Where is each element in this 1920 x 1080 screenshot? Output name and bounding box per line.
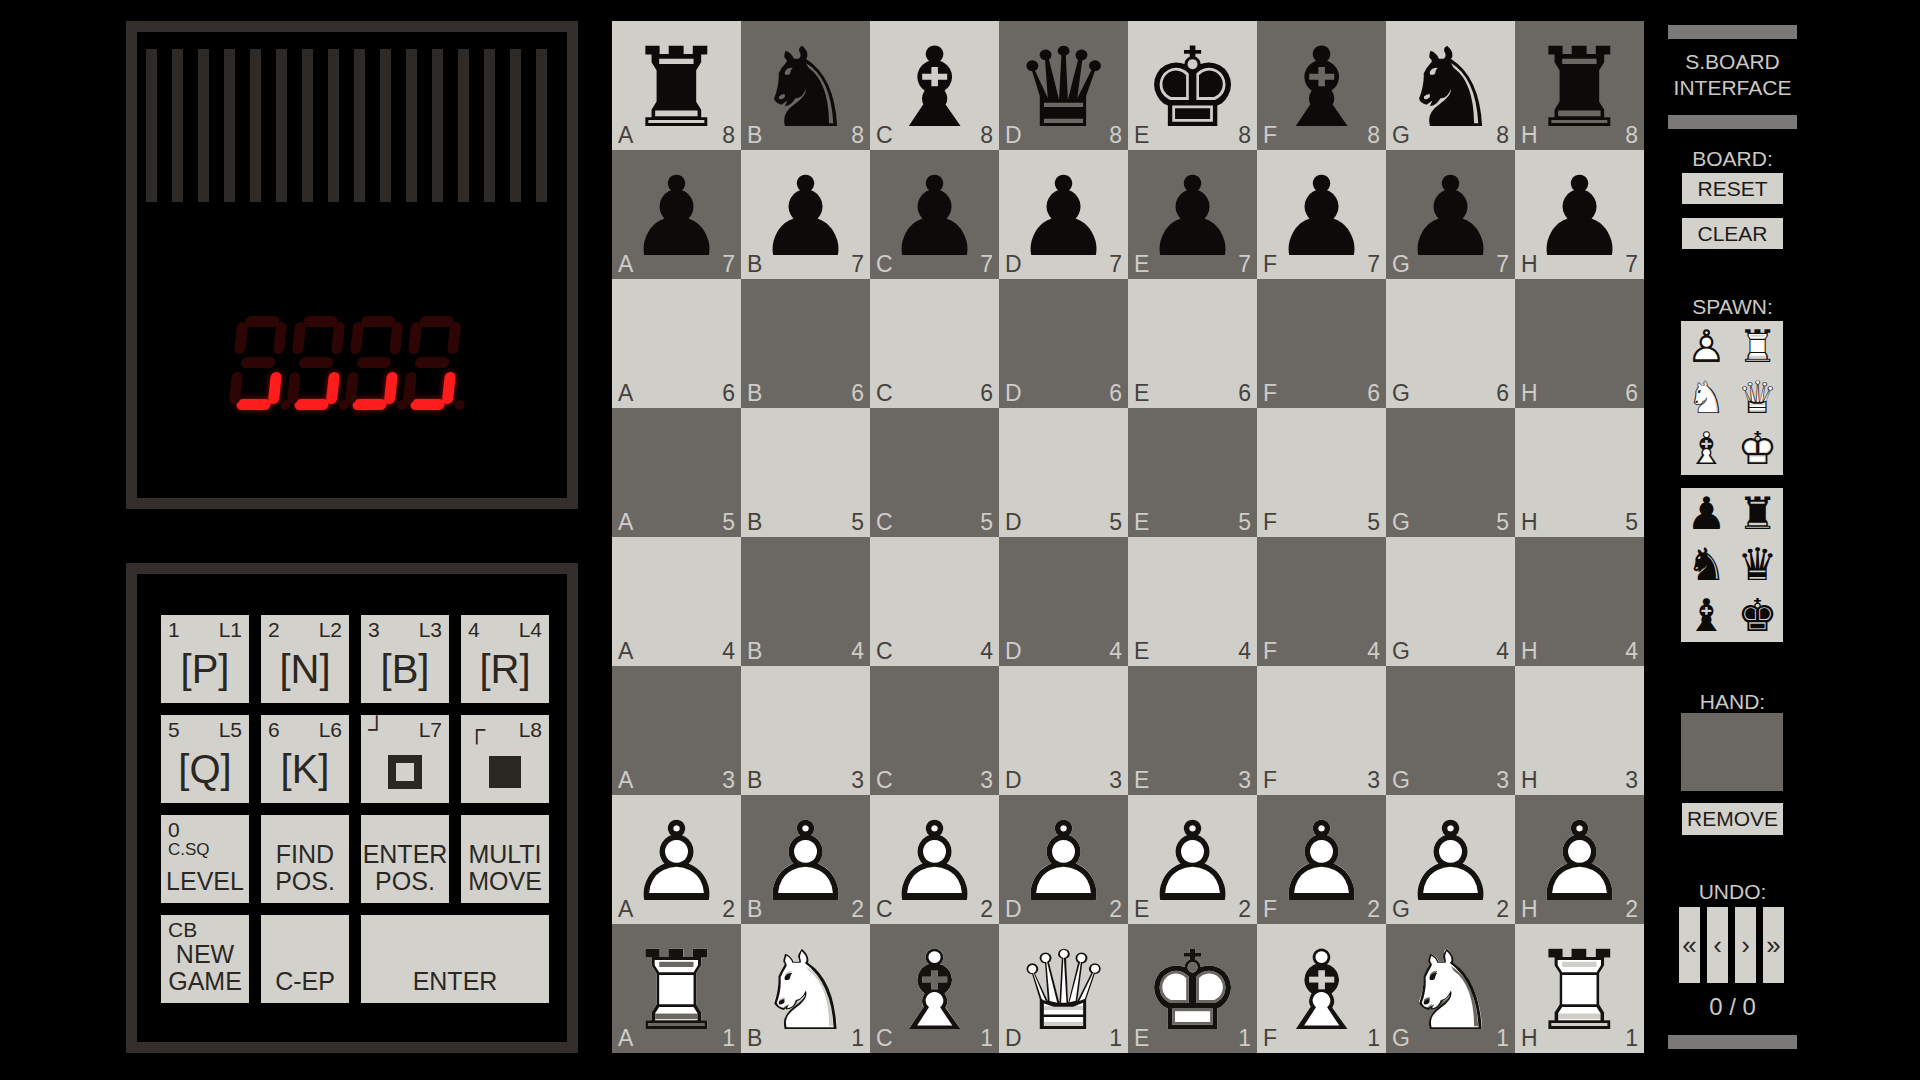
divider-bar — [1668, 25, 1797, 39]
spawn-white-queen-button[interactable]: ♛♕ — [1732, 372, 1783, 423]
piece-white-bishop: ♝♗ — [1272, 936, 1371, 1046]
key-label: [N] — [279, 649, 330, 703]
undo-status: 0 / 0 — [1665, 993, 1800, 1021]
square-b6[interactable]: B6 — [741, 279, 870, 408]
rank-label: 7 — [980, 251, 993, 278]
spawn-black-rook-button[interactable]: ♜ — [1732, 488, 1783, 539]
key-label: LEVEL — [166, 868, 244, 903]
square-d8[interactable]: ♛D8 — [999, 21, 1128, 150]
file-label: F — [1263, 251, 1277, 278]
key-sublabel: C.SQ — [168, 841, 210, 858]
rank-label: 3 — [851, 767, 864, 794]
piece-black-bishop: ♝ — [1686, 593, 1726, 638]
rank-label: 3 — [1496, 767, 1509, 794]
square-f2[interactable]: ♟♙F2 — [1257, 795, 1386, 924]
file-label: A — [618, 1025, 633, 1052]
piece-black-rook: ♜ — [1530, 33, 1629, 143]
key-enter-pos[interactable]: ENTER POS. — [361, 815, 449, 903]
piece-black-king: ♚ — [1143, 33, 1242, 143]
rank-label: 7 — [851, 251, 864, 278]
segment-f — [292, 322, 306, 354]
segment-g — [240, 357, 275, 368]
file-label: E — [1134, 1025, 1149, 1052]
rank-label: 3 — [1238, 767, 1251, 794]
segment-b — [273, 322, 287, 354]
file-label: A — [618, 509, 633, 536]
piece-black-pawn: ♟ — [627, 162, 726, 272]
rank-label: 5 — [722, 509, 735, 536]
rank-label: 5 — [1238, 509, 1251, 536]
file-label: E — [1134, 896, 1149, 923]
key-sublabel: L1 — [219, 619, 242, 640]
rank-label: 2 — [1625, 896, 1638, 923]
key-sublabel: L3 — [419, 619, 442, 640]
rank-label: 1 — [1238, 1025, 1251, 1052]
piece-white-pawn: ♟♙ — [1014, 807, 1113, 917]
piece-white-knight: ♞♘ — [1401, 936, 1500, 1046]
file-label: B — [747, 1025, 762, 1052]
segment-f — [408, 322, 422, 354]
file-label: A — [618, 767, 633, 794]
key-black-square[interactable]: ┌L8 — [461, 715, 549, 803]
square-e3[interactable]: E3 — [1128, 666, 1257, 795]
undo-back-button[interactable]: ‹ — [1707, 907, 1728, 983]
key-label: [K] — [281, 749, 330, 803]
piece-black-pawn: ♟ — [1530, 162, 1629, 272]
square-a6[interactable]: A6 — [612, 279, 741, 408]
piece-black-pawn: ♟ — [1401, 162, 1500, 272]
file-label: F — [1263, 1025, 1277, 1052]
rank-label: 3 — [1625, 767, 1638, 794]
key-label: [B] — [381, 649, 430, 703]
key-sublabel: 5 — [168, 719, 180, 740]
rank-label: 6 — [1238, 380, 1251, 407]
rank-label: 7 — [1109, 251, 1122, 278]
led-digit — [286, 316, 346, 410]
file-label: C — [876, 896, 893, 923]
square-e7[interactable]: ♟E7 — [1128, 150, 1257, 279]
file-label: F — [1263, 380, 1277, 407]
rank-label: 4 — [722, 638, 735, 665]
piece-black-rook: ♜ — [627, 33, 726, 143]
file-label: A — [618, 896, 633, 923]
segment-d — [236, 399, 271, 410]
key-level[interactable]: 0C.SQLEVEL — [161, 815, 249, 903]
piece-black-pawn: ♟ — [756, 162, 855, 272]
file-label: H — [1521, 896, 1538, 923]
segment-f — [234, 322, 248, 354]
segment-g — [414, 357, 449, 368]
square-c3[interactable]: C3 — [870, 666, 999, 795]
file-label: D — [1005, 896, 1022, 923]
square-hollow-icon — [388, 755, 422, 789]
spawn-black-knight-button[interactable]: ♞ — [1681, 539, 1732, 590]
segment-c — [268, 372, 282, 404]
file-label: D — [1005, 767, 1022, 794]
piece-white-king: ♚♔ — [1143, 936, 1242, 1046]
square-b4[interactable]: B4 — [741, 537, 870, 666]
key-label: ENTER POS. — [363, 841, 448, 903]
vent-bar — [458, 49, 469, 202]
square-a7[interactable]: ♟A7 — [612, 150, 741, 279]
file-label: F — [1263, 509, 1277, 536]
vent-bar — [224, 49, 235, 202]
spawn-black-queen-button[interactable]: ♛ — [1732, 539, 1783, 590]
undo-controls: «‹›» — [1679, 907, 1786, 983]
square-b8[interactable]: ♞B8 — [741, 21, 870, 150]
square-c4[interactable]: C4 — [870, 537, 999, 666]
spawn-white-pawn-button[interactable]: ♟♙ — [1681, 321, 1732, 372]
corner-bracket-icon: ┘ — [368, 719, 385, 739]
rank-label: 5 — [980, 509, 993, 536]
divider-bar — [1668, 115, 1797, 129]
segment-a — [303, 316, 338, 327]
file-label: B — [747, 638, 762, 665]
key-label: [Q] — [178, 749, 231, 803]
file-label: B — [747, 122, 762, 149]
square-c6[interactable]: C6 — [870, 279, 999, 408]
key-label: [P] — [181, 649, 230, 703]
rank-label: 4 — [1238, 638, 1251, 665]
piece-white-pawn: ♟♙ — [1401, 807, 1500, 917]
file-label: G — [1392, 122, 1410, 149]
file-label: D — [1005, 122, 1022, 149]
square-e4[interactable]: E4 — [1128, 537, 1257, 666]
square-a3[interactable]: A3 — [612, 666, 741, 795]
square-b5[interactable]: B5 — [741, 408, 870, 537]
key-sublabel: 6 — [268, 719, 280, 740]
key-sublabel: L6 — [319, 719, 342, 740]
square-c8[interactable]: ♝C8 — [870, 21, 999, 150]
rank-label: 8 — [722, 122, 735, 149]
piece-white-knight: ♞♘ — [756, 936, 855, 1046]
key-sublabel: 1 — [168, 619, 180, 640]
segment-g — [298, 357, 333, 368]
square-e2[interactable]: ♟♙E2 — [1128, 795, 1257, 924]
key-multi-move[interactable]: MULTI MOVE — [461, 815, 549, 903]
piece-black-pawn: ♟ — [1143, 162, 1242, 272]
panel-title: S.BOARD INTERFACE — [1665, 49, 1800, 101]
square-c7[interactable]: ♟C7 — [870, 150, 999, 279]
file-label: A — [618, 638, 633, 665]
rank-label: 1 — [722, 1025, 735, 1052]
piece-black-pawn: ♟ — [1014, 162, 1113, 272]
rank-label: 4 — [1367, 638, 1380, 665]
file-label: E — [1134, 638, 1149, 665]
square-h3[interactable]: H3 — [1515, 666, 1644, 795]
piece-white-rook: ♜♖ — [627, 936, 726, 1046]
square-f7[interactable]: ♟F7 — [1257, 150, 1386, 279]
key-c-ep[interactable]: C-EP — [261, 915, 349, 1003]
square-g1[interactable]: ♞♘G1 — [1386, 924, 1515, 1053]
file-label: H — [1521, 638, 1538, 665]
led-digit — [402, 316, 462, 410]
file-label: E — [1134, 509, 1149, 536]
square-a2[interactable]: ♟♙A2 — [612, 795, 741, 924]
square-d2[interactable]: ♟♙D2 — [999, 795, 1128, 924]
square-d4[interactable]: D4 — [999, 537, 1128, 666]
square-h8[interactable]: ♜H8 — [1515, 21, 1644, 150]
square-d1[interactable]: ♛♕D1 — [999, 924, 1128, 1053]
square-c5[interactable]: C5 — [870, 408, 999, 537]
rank-label: 4 — [980, 638, 993, 665]
square-g7[interactable]: ♟G7 — [1386, 150, 1515, 279]
vent-bar — [354, 49, 365, 202]
piece-white-queen: ♛♕ — [1737, 375, 1777, 420]
square-b7[interactable]: ♟B7 — [741, 150, 870, 279]
file-label: D — [1005, 1025, 1022, 1052]
square-a4[interactable]: A4 — [612, 537, 741, 666]
hand-slot[interactable] — [1681, 713, 1783, 791]
piece-white-pawn: ♟♙ — [1272, 807, 1371, 917]
square-h2[interactable]: ♟♙H2 — [1515, 795, 1644, 924]
rank-label: 8 — [1367, 122, 1380, 149]
file-label: F — [1263, 896, 1277, 923]
key-find-pos[interactable]: FIND POS. — [261, 815, 349, 903]
square-filled-icon — [489, 756, 521, 788]
vent-bar — [302, 49, 313, 202]
spawn-white-bishop-button[interactable]: ♝♗ — [1681, 423, 1732, 474]
piece-black-rook: ♜ — [1737, 491, 1777, 536]
rank-label: 8 — [1238, 122, 1251, 149]
file-label: A — [618, 380, 633, 407]
rank-label: 6 — [1496, 380, 1509, 407]
rank-label: 2 — [722, 896, 735, 923]
rank-label: 2 — [1496, 896, 1509, 923]
file-label: E — [1134, 380, 1149, 407]
vent-bar — [510, 49, 521, 202]
square-h4[interactable]: H4 — [1515, 537, 1644, 666]
remove-button[interactable]: REMOVE — [1682, 803, 1783, 835]
square-d6[interactable]: D6 — [999, 279, 1128, 408]
file-label: G — [1392, 896, 1410, 923]
file-label: C — [876, 122, 893, 149]
segment-d — [352, 399, 387, 410]
rank-label: 7 — [722, 251, 735, 278]
rank-label: 5 — [1625, 509, 1638, 536]
rank-label: 8 — [1496, 122, 1509, 149]
file-label: E — [1134, 122, 1149, 149]
vent-bar — [406, 49, 417, 202]
rank-label: 4 — [1109, 638, 1122, 665]
corner-bracket-icon: ┌ — [468, 719, 485, 739]
undo-section-label: UNDO: — [1665, 880, 1800, 904]
file-label: H — [1521, 122, 1538, 149]
undo-forward-button[interactable]: › — [1735, 907, 1756, 983]
rank-label: 8 — [1625, 122, 1638, 149]
file-label: G — [1392, 380, 1410, 407]
key-white-square[interactable]: ┘L7 — [361, 715, 449, 803]
square-e8[interactable]: ♚E8 — [1128, 21, 1257, 150]
rank-label: 3 — [722, 767, 735, 794]
piece-white-rook: ♜♖ — [1530, 936, 1629, 1046]
piece-white-pawn: ♟♙ — [1530, 807, 1629, 917]
piece-black-knight: ♞ — [756, 33, 855, 143]
key-knight[interactable]: 2L2[N] — [261, 615, 349, 703]
square-d5[interactable]: D5 — [999, 408, 1128, 537]
rank-label: 2 — [1367, 896, 1380, 923]
vent-bar — [380, 49, 391, 202]
file-label: H — [1521, 1025, 1538, 1052]
key-label: MULTI MOVE — [468, 841, 542, 903]
file-label: C — [876, 638, 893, 665]
square-g3[interactable]: G3 — [1386, 666, 1515, 795]
rank-label: 8 — [1109, 122, 1122, 149]
square-f1[interactable]: ♝♗F1 — [1257, 924, 1386, 1053]
square-h6[interactable]: H6 — [1515, 279, 1644, 408]
file-label: B — [747, 380, 762, 407]
piece-white-king: ♚♔ — [1737, 426, 1777, 471]
vent-bar — [328, 49, 339, 202]
piece-white-pawn: ♟♙ — [885, 807, 984, 917]
rank-label: 6 — [722, 380, 735, 407]
file-label: A — [618, 122, 633, 149]
segment-a — [361, 316, 396, 327]
rank-label: 1 — [1367, 1025, 1380, 1052]
square-c2[interactable]: ♟♙C2 — [870, 795, 999, 924]
segment-g — [356, 357, 391, 368]
square-a1[interactable]: ♜♖A1 — [612, 924, 741, 1053]
key-pawn[interactable]: 1L1[P] — [161, 615, 249, 703]
square-f6[interactable]: F6 — [1257, 279, 1386, 408]
rank-label: 7 — [1496, 251, 1509, 278]
led-digit — [228, 316, 288, 410]
piece-black-pawn: ♟ — [1272, 162, 1371, 272]
square-h1[interactable]: ♜♖H1 — [1515, 924, 1644, 1053]
file-label: B — [747, 509, 762, 536]
rank-label: 3 — [980, 767, 993, 794]
spawn-white-king-button[interactable]: ♚♔ — [1732, 423, 1783, 474]
square-g4[interactable]: G4 — [1386, 537, 1515, 666]
vent-bar — [198, 49, 209, 202]
rank-label: 6 — [851, 380, 864, 407]
square-a8[interactable]: ♜A8 — [612, 21, 741, 150]
square-d3[interactable]: D3 — [999, 666, 1128, 795]
square-g6[interactable]: G6 — [1386, 279, 1515, 408]
piece-white-pawn: ♟♙ — [1686, 324, 1726, 369]
piece-white-bishop: ♝♗ — [885, 936, 984, 1046]
rank-label: 5 — [1367, 509, 1380, 536]
square-f4[interactable]: F4 — [1257, 537, 1386, 666]
rank-label: 1 — [980, 1025, 993, 1052]
square-b1[interactable]: ♞♘B1 — [741, 924, 870, 1053]
rank-label: 2 — [851, 896, 864, 923]
segment-b — [447, 322, 461, 354]
rank-label: 5 — [1496, 509, 1509, 536]
square-h5[interactable]: H5 — [1515, 408, 1644, 537]
key-rook[interactable]: 4L4[R] — [461, 615, 549, 703]
rank-label: 6 — [1367, 380, 1380, 407]
key-new-game[interactable]: CBNEW GAME — [161, 915, 249, 1003]
undo-jump-start-button[interactable]: « — [1679, 907, 1700, 983]
file-label: F — [1263, 767, 1277, 794]
piece-black-knight: ♞ — [1401, 33, 1500, 143]
segment-f — [350, 322, 364, 354]
file-label: F — [1263, 122, 1277, 149]
divider-bar — [1668, 1035, 1797, 1049]
file-label: H — [1521, 251, 1538, 278]
file-label: H — [1521, 380, 1538, 407]
square-g5[interactable]: G5 — [1386, 408, 1515, 537]
key-enter[interactable]: ENTER — [361, 915, 549, 1003]
piece-white-pawn: ♟♙ — [1143, 807, 1242, 917]
undo-jump-end-button[interactable]: » — [1763, 907, 1784, 983]
spawn-black-king-button[interactable]: ♚ — [1732, 590, 1783, 641]
piece-black-queen: ♛ — [1014, 33, 1113, 143]
spawn-black-tray: ♟♜♞♛♝♚ — [1681, 488, 1783, 642]
segment-b — [331, 322, 345, 354]
file-label: G — [1392, 251, 1410, 278]
key-sublabel: L5 — [219, 719, 242, 740]
square-g8[interactable]: ♞G8 — [1386, 21, 1515, 150]
square-e5[interactable]: E5 — [1128, 408, 1257, 537]
piece-white-pawn: ♟♙ — [627, 807, 726, 917]
key-queen[interactable]: 5L5[Q] — [161, 715, 249, 803]
key-sublabel: L2 — [319, 619, 342, 640]
segment-c — [442, 372, 456, 404]
square-b3[interactable]: B3 — [741, 666, 870, 795]
rank-label: 8 — [980, 122, 993, 149]
square-f8[interactable]: ♝F8 — [1257, 21, 1386, 150]
rank-label: 2 — [1109, 896, 1122, 923]
square-e1[interactable]: ♚♔E1 — [1128, 924, 1257, 1053]
piece-black-knight: ♞ — [1686, 542, 1726, 587]
file-label: E — [1134, 251, 1149, 278]
piece-white-pawn: ♟♙ — [756, 807, 855, 917]
key-sublabel: 2 — [268, 619, 280, 640]
clear-button[interactable]: CLEAR — [1682, 218, 1783, 249]
file-label: D — [1005, 251, 1022, 278]
piece-black-pawn: ♟ — [1686, 491, 1726, 536]
square-a5[interactable]: A5 — [612, 408, 741, 537]
square-c1[interactable]: ♝♗C1 — [870, 924, 999, 1053]
file-label: H — [1521, 767, 1538, 794]
square-d7[interactable]: ♟D7 — [999, 150, 1128, 279]
rank-label: 7 — [1625, 251, 1638, 278]
piece-white-knight: ♞♘ — [1686, 375, 1726, 420]
square-e6[interactable]: E6 — [1128, 279, 1257, 408]
square-b2[interactable]: ♟♙B2 — [741, 795, 870, 924]
reset-button[interactable]: RESET — [1682, 173, 1783, 204]
rank-label: 7 — [1238, 251, 1251, 278]
rank-label: 4 — [851, 638, 864, 665]
piece-white-rook: ♜♖ — [1737, 324, 1777, 369]
key-king[interactable]: 6L6[K] — [261, 715, 349, 803]
file-label: B — [747, 767, 762, 794]
spawn-white-rook-button[interactable]: ♜♖ — [1732, 321, 1783, 372]
spawn-black-pawn-button[interactable]: ♟ — [1681, 488, 1732, 539]
square-g2[interactable]: ♟♙G2 — [1386, 795, 1515, 924]
spawn-black-bishop-button[interactable]: ♝ — [1681, 590, 1732, 641]
square-h7[interactable]: ♟H7 — [1515, 150, 1644, 279]
square-f5[interactable]: F5 — [1257, 408, 1386, 537]
vent-bar — [536, 49, 547, 202]
vent-bar — [172, 49, 183, 202]
segment-d — [410, 399, 445, 410]
file-label: C — [876, 509, 893, 536]
key-bishop[interactable]: 3L3[B] — [361, 615, 449, 703]
rank-label: 3 — [1109, 767, 1122, 794]
rank-label: 5 — [851, 509, 864, 536]
square-f3[interactable]: F3 — [1257, 666, 1386, 795]
spawn-section-label: SPAWN: — [1665, 295, 1800, 319]
file-label: G — [1392, 509, 1410, 536]
decimal-point — [454, 400, 465, 410]
spawn-white-knight-button[interactable]: ♞♘ — [1681, 372, 1732, 423]
file-label: F — [1263, 638, 1277, 665]
piece-black-bishop: ♝ — [885, 33, 984, 143]
piece-black-queen: ♛ — [1737, 542, 1777, 587]
